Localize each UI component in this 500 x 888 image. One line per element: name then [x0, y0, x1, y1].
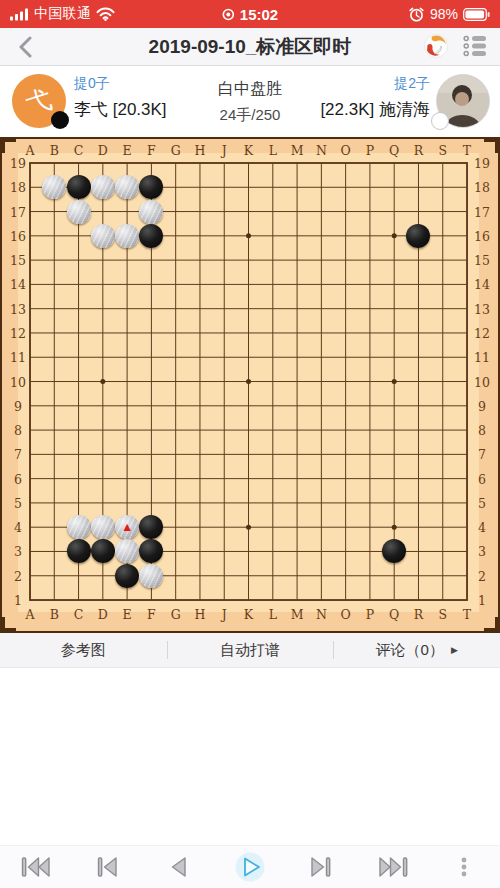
- stone-white-D16: [91, 224, 115, 248]
- stone-black-E2: [115, 564, 139, 588]
- row-label-right: 13: [474, 301, 490, 316]
- row-label-right: 11: [474, 350, 490, 365]
- col-label-bottom: Q: [389, 607, 399, 622]
- app-logo-icon[interactable]: [423, 33, 449, 59]
- col-label-bottom: E: [123, 607, 132, 622]
- row-label-right: 16: [474, 228, 490, 243]
- col-label-bottom: S: [438, 607, 447, 622]
- row-label-left: 7: [14, 447, 22, 462]
- col-label-top: D: [98, 143, 108, 158]
- row-label-left: 1: [14, 593, 22, 608]
- jump-to-first-icon: [19, 851, 53, 883]
- row-label-right: 18: [474, 180, 490, 195]
- row-label-right: 3: [478, 544, 486, 559]
- jump-to-last-button[interactable]: [376, 851, 410, 883]
- col-label-bottom: L: [269, 607, 277, 622]
- row-label-left: 2: [14, 568, 22, 583]
- row-label-left: 16: [10, 228, 26, 243]
- row-label-right: 2: [478, 568, 486, 583]
- row-label-left: 14: [10, 277, 26, 292]
- stone-white-C17: [67, 200, 91, 224]
- white-player-name: [22.3K] 施清海: [320, 98, 430, 121]
- battery-percent: 98%: [430, 6, 458, 22]
- stone-white-F17: [139, 200, 163, 224]
- col-label-top: O: [341, 143, 351, 158]
- wifi-icon: [96, 7, 115, 21]
- tab-label: 评论（0）: [376, 641, 444, 660]
- tab-comments[interactable]: 评论（0） ▶: [333, 633, 500, 667]
- avatar-glyph: 弋: [22, 81, 56, 121]
- row-label-left: 5: [14, 495, 22, 510]
- col-label-top: T: [463, 143, 471, 158]
- more-options-button[interactable]: [447, 851, 481, 883]
- tab-label: 自动打谱: [220, 641, 280, 660]
- row-label-left: 4: [14, 520, 22, 535]
- tab-label: 参考图: [61, 641, 106, 660]
- location-dot-icon: [222, 8, 235, 21]
- alarm-clock-icon: [408, 7, 425, 22]
- players-panel: 弋 提0子 李弋 [20.3K] 白中盘胜 24手/250 提2子 [22.3K…: [0, 66, 500, 137]
- fast-back-button[interactable]: [90, 851, 124, 883]
- col-label-bottom: T: [463, 607, 471, 622]
- clock-time: 15:02: [240, 6, 278, 23]
- row-label-left: 19: [10, 156, 26, 171]
- row-label-right: 7: [478, 447, 486, 462]
- col-label-top: N: [316, 143, 327, 158]
- row-label-left: 15: [10, 253, 26, 268]
- col-label-top: M: [291, 143, 304, 158]
- black-captures-label: 提0子: [74, 75, 167, 93]
- stone-white-D18: [91, 175, 115, 199]
- row-label-left: 6: [14, 471, 22, 486]
- col-label-top: J: [222, 143, 227, 158]
- row-label-left: 3: [14, 544, 22, 559]
- jump-to-last-icon: [376, 851, 410, 883]
- jump-to-first-button[interactable]: [19, 851, 53, 883]
- col-label-bottom: R: [414, 607, 423, 622]
- stone-white-F2: [139, 564, 163, 588]
- black-stone-badge: [51, 111, 69, 129]
- row-label-right: 10: [474, 374, 490, 389]
- row-label-right: 6: [478, 471, 486, 486]
- stone-white-D4: [91, 515, 115, 539]
- row-label-right: 5: [478, 495, 486, 510]
- row-label-left: 12: [10, 325, 26, 340]
- row-label-right: 8: [478, 423, 486, 438]
- stone-white-C4: [67, 515, 91, 539]
- col-label-bottom: M: [291, 607, 304, 622]
- col-label-bottom: O: [341, 607, 351, 622]
- go-board[interactable]: AABBCCDDEEFFGGHHJJKKLLMMNNOOPPQQRRSSTT11…: [0, 137, 500, 633]
- row-label-right: 9: [478, 398, 486, 413]
- col-label-top: P: [366, 143, 374, 158]
- step-forward-icon: [304, 851, 338, 883]
- row-label-left: 13: [10, 301, 26, 316]
- col-label-bottom: C: [74, 607, 84, 622]
- fast-back-icon: [90, 851, 124, 883]
- nav-bar: 2019-09-10_标准区即时: [0, 28, 500, 66]
- white-captures-label: 提2子: [320, 75, 430, 93]
- col-label-bottom: D: [98, 607, 108, 622]
- move-list-icon[interactable]: [463, 34, 488, 58]
- move-count: 24手/250: [218, 106, 282, 125]
- battery-icon: [463, 8, 490, 21]
- col-label-bottom: B: [50, 607, 59, 622]
- play-button[interactable]: [233, 851, 267, 883]
- step-back-icon: [162, 851, 196, 883]
- status-bar: 中国联通 15:02 98%: [0, 0, 500, 28]
- tab-auto-replay[interactable]: 自动打谱: [167, 633, 334, 667]
- col-label-bottom: H: [195, 607, 206, 622]
- col-label-top: K: [244, 143, 253, 158]
- row-label-right: 15: [474, 253, 490, 268]
- row-label-right: 19: [474, 156, 490, 171]
- game-result: 白中盘胜: [218, 79, 282, 100]
- col-label-bottom: P: [366, 607, 374, 622]
- col-label-top: Q: [389, 143, 399, 158]
- row-label-left: 11: [10, 350, 26, 365]
- col-label-top: L: [269, 143, 277, 158]
- col-label-top: B: [50, 143, 59, 158]
- playback-controls: [0, 845, 500, 888]
- carrier-label: 中国联通: [34, 5, 91, 23]
- col-label-bottom: A: [25, 607, 34, 622]
- col-label-bottom: J: [222, 607, 227, 622]
- col-label-top: C: [74, 143, 84, 158]
- last-move-marker: ▲: [121, 520, 133, 534]
- col-label-top: A: [25, 143, 34, 158]
- row-label-right: 12: [474, 325, 490, 340]
- col-label-top: E: [123, 143, 132, 158]
- white-stone-badge: [431, 112, 449, 130]
- row-label-left: 10: [10, 374, 26, 389]
- tab-reference-diagram[interactable]: 参考图: [0, 633, 167, 667]
- stone-white-E16: [115, 224, 139, 248]
- col-label-top: G: [171, 143, 181, 158]
- black-player-name: 李弋 [20.3K]: [74, 98, 167, 121]
- row-label-left: 8: [14, 423, 22, 438]
- row-label-left: 18: [10, 180, 26, 195]
- app-screen: 中国联通 15:02 98%: [0, 0, 500, 888]
- comments-expand-icon[interactable]: ▶: [451, 645, 458, 655]
- more-dots-icon: [447, 851, 481, 883]
- bottom-tab-bar: 参考图 自动打谱 评论（0） ▶: [0, 633, 500, 668]
- row-label-left: 17: [10, 204, 26, 219]
- col-label-bottom: K: [244, 607, 253, 622]
- step-forward-button[interactable]: [304, 851, 338, 883]
- col-label-top: R: [414, 143, 423, 158]
- play-icon: [233, 851, 267, 883]
- row-label-right: 14: [474, 277, 490, 292]
- col-label-bottom: G: [171, 607, 181, 622]
- row-label-right: 4: [478, 520, 486, 535]
- col-label-top: H: [195, 143, 206, 158]
- stone-black-C18: [67, 175, 91, 199]
- col-label-bottom: N: [316, 607, 327, 622]
- signal-bars-icon: [10, 8, 29, 21]
- col-label-top: F: [147, 143, 156, 158]
- col-label-bottom: F: [147, 607, 156, 622]
- row-label-right: 1: [478, 593, 486, 608]
- row-label-right: 17: [474, 204, 490, 219]
- col-label-top: S: [438, 143, 447, 158]
- step-back-button[interactable]: [162, 851, 196, 883]
- row-label-left: 9: [14, 398, 22, 413]
- stone-black-C3: [67, 539, 91, 563]
